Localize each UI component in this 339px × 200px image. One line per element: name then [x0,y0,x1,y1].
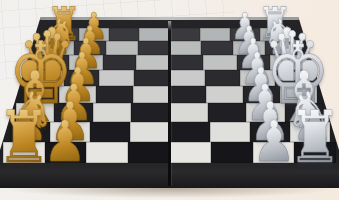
silver-pawn: ♟ [252,113,295,170]
chess-set-photo: ♜♞♝♛♚♝♞♜♟♟♟♟♟♟♟♟♟♟♟♟♟♟♟♟♜♞♝♛♚♝♞♜ [0,0,339,200]
pieces-layer: ♜♞♝♛♚♝♞♜♟♟♟♟♟♟♟♟♟♟♟♟♟♟♟♟♜♞♝♛♚♝♞♜ [0,0,339,200]
silver-rook: ♜ [288,102,339,173]
gold-rook: ♜ [0,102,51,173]
